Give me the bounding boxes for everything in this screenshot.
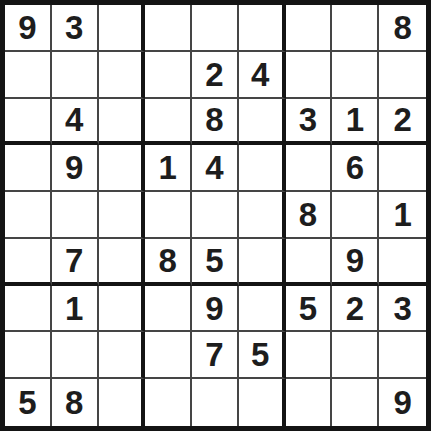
cell-r1c3-empty[interactable] [99, 5, 146, 52]
cell-r6c9-empty[interactable] [379, 239, 426, 286]
cell-r2c9-empty[interactable] [379, 52, 426, 99]
cell-r8c1-empty[interactable] [5, 332, 52, 379]
cell-r1c1-given: 9 [5, 5, 52, 52]
cell-r4c7-empty[interactable] [286, 145, 333, 192]
cell-r6c2-given: 7 [52, 239, 99, 286]
cell-r2c8-empty[interactable] [332, 52, 379, 99]
cell-r9c6-empty[interactable] [239, 379, 286, 426]
cell-r5c9-given: 1 [379, 192, 426, 239]
sudoku-board: 938244831291468178591952375589 [0, 0, 431, 431]
cell-r5c2-empty[interactable] [52, 192, 99, 239]
cell-r9c9-given: 9 [379, 379, 426, 426]
cell-r6c5-given: 5 [192, 239, 239, 286]
cell-r4c9-empty[interactable] [379, 145, 426, 192]
cell-r1c6-empty[interactable] [239, 5, 286, 52]
cell-r1c2-given: 3 [52, 5, 99, 52]
cell-r3c5-given: 8 [192, 99, 239, 146]
cell-r3c4-empty[interactable] [145, 99, 192, 146]
cell-r9c1-given: 5 [5, 379, 52, 426]
cell-r8c5-given: 7 [192, 332, 239, 379]
cell-r5c6-empty[interactable] [239, 192, 286, 239]
cell-r8c7-empty[interactable] [286, 332, 333, 379]
cell-r3c1-empty[interactable] [5, 99, 52, 146]
cell-r9c5-empty[interactable] [192, 379, 239, 426]
cell-r6c1-empty[interactable] [5, 239, 52, 286]
cell-r7c2-given: 1 [52, 286, 99, 333]
cell-r7c5-given: 9 [192, 286, 239, 333]
cell-r7c3-empty[interactable] [99, 286, 146, 333]
cell-r7c9-given: 3 [379, 286, 426, 333]
cell-r4c5-given: 4 [192, 145, 239, 192]
cell-r5c1-empty[interactable] [5, 192, 52, 239]
cell-r1c5-empty[interactable] [192, 5, 239, 52]
cell-r1c4-empty[interactable] [145, 5, 192, 52]
cell-r2c3-empty[interactable] [99, 52, 146, 99]
cell-r5c4-empty[interactable] [145, 192, 192, 239]
cell-r7c7-given: 5 [286, 286, 333, 333]
cell-r4c1-empty[interactable] [5, 145, 52, 192]
cell-r7c1-empty[interactable] [5, 286, 52, 333]
cell-r6c3-empty[interactable] [99, 239, 146, 286]
cell-r7c4-empty[interactable] [145, 286, 192, 333]
cell-r4c2-given: 9 [52, 145, 99, 192]
cell-r1c9-given: 8 [379, 5, 426, 52]
cell-r7c8-given: 2 [332, 286, 379, 333]
cell-r4c8-given: 6 [332, 145, 379, 192]
cell-r5c5-empty[interactable] [192, 192, 239, 239]
cell-r3c7-given: 3 [286, 99, 333, 146]
cell-r9c4-empty[interactable] [145, 379, 192, 426]
cell-r2c2-empty[interactable] [52, 52, 99, 99]
cell-r8c3-empty[interactable] [99, 332, 146, 379]
cell-r5c8-empty[interactable] [332, 192, 379, 239]
cell-r9c8-empty[interactable] [332, 379, 379, 426]
cell-r8c9-empty[interactable] [379, 332, 426, 379]
cell-r6c8-given: 9 [332, 239, 379, 286]
cell-r3c6-empty[interactable] [239, 99, 286, 146]
cell-r8c4-empty[interactable] [145, 332, 192, 379]
cell-r5c7-given: 8 [286, 192, 333, 239]
cell-r4c6-empty[interactable] [239, 145, 286, 192]
cell-r1c8-empty[interactable] [332, 5, 379, 52]
cell-r9c2-given: 8 [52, 379, 99, 426]
cell-r2c6-given: 4 [239, 52, 286, 99]
cell-r3c9-given: 2 [379, 99, 426, 146]
cell-r2c5-given: 2 [192, 52, 239, 99]
cell-r8c8-empty[interactable] [332, 332, 379, 379]
cell-r7c6-empty[interactable] [239, 286, 286, 333]
cell-r9c3-empty[interactable] [99, 379, 146, 426]
cell-r3c3-empty[interactable] [99, 99, 146, 146]
cell-r8c6-given: 5 [239, 332, 286, 379]
cell-r2c7-empty[interactable] [286, 52, 333, 99]
cell-r2c1-empty[interactable] [5, 52, 52, 99]
cell-r8c2-empty[interactable] [52, 332, 99, 379]
cell-r6c4-given: 8 [145, 239, 192, 286]
cell-r2c4-empty[interactable] [145, 52, 192, 99]
cell-r3c2-given: 4 [52, 99, 99, 146]
cell-r4c4-given: 1 [145, 145, 192, 192]
cell-r6c7-empty[interactable] [286, 239, 333, 286]
cell-r5c3-empty[interactable] [99, 192, 146, 239]
cell-r4c3-empty[interactable] [99, 145, 146, 192]
cell-r1c7-empty[interactable] [286, 5, 333, 52]
cell-r3c8-given: 1 [332, 99, 379, 146]
cell-r9c7-empty[interactable] [286, 379, 333, 426]
cell-r6c6-empty[interactable] [239, 239, 286, 286]
